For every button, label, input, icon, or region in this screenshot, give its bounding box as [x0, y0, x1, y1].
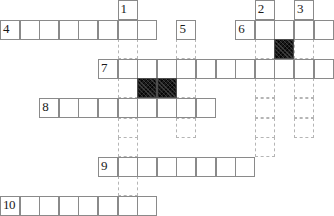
grid-cell[interactable]	[20, 20, 40, 40]
blocked-cell	[157, 78, 177, 98]
grid-cell[interactable]	[274, 20, 294, 40]
grid-cell[interactable]	[294, 39, 314, 59]
grid-cell[interactable]	[216, 59, 236, 79]
clue-number: 1	[121, 1, 127, 16]
grid-cell[interactable]	[98, 196, 118, 216]
grid-cell[interactable]	[255, 20, 275, 40]
grid-cell[interactable]	[39, 20, 59, 40]
grid-cell[interactable]	[137, 157, 157, 177]
grid-cell[interactable]	[176, 78, 196, 98]
grid-cell[interactable]	[157, 59, 177, 79]
grid-cell[interactable]: 4	[0, 20, 20, 40]
grid-cell[interactable]	[78, 20, 98, 40]
grid-cell[interactable]	[59, 196, 79, 216]
clue-number: 10	[3, 197, 15, 212]
grid-cell[interactable]	[78, 98, 98, 118]
grid-cell[interactable]	[118, 78, 138, 98]
grid-cell[interactable]: 3	[294, 0, 314, 20]
grid-cell[interactable]	[294, 20, 314, 40]
grid-cell[interactable]	[255, 98, 275, 118]
grid-cell[interactable]	[176, 118, 196, 138]
grid-cell[interactable]: 8	[39, 98, 59, 118]
grid-cell[interactable]	[176, 39, 196, 59]
grid-cell[interactable]	[255, 118, 275, 138]
clue-number: 3	[297, 1, 303, 16]
grid-cell[interactable]	[118, 59, 138, 79]
grid-cell[interactable]	[255, 137, 275, 157]
grid-cell[interactable]	[98, 98, 118, 118]
grid-cell[interactable]	[118, 118, 138, 138]
grid-cell[interactable]: 6	[235, 20, 255, 40]
grid-cell[interactable]	[39, 196, 59, 216]
grid-cell[interactable]	[137, 20, 157, 40]
grid-cell[interactable]	[137, 196, 157, 216]
grid-cell[interactable]	[294, 59, 314, 79]
clue-number: 8	[42, 99, 48, 114]
grid-cell[interactable]	[118, 176, 138, 196]
grid-cell[interactable]	[196, 157, 216, 177]
grid-cell[interactable]	[255, 39, 275, 59]
grid-cell[interactable]: 2	[255, 0, 275, 20]
grid-cell[interactable]	[78, 196, 98, 216]
grid-cell[interactable]	[176, 157, 196, 177]
grid-cell[interactable]	[118, 98, 138, 118]
grid-cell[interactable]	[176, 98, 196, 118]
grid-cell[interactable]	[20, 196, 40, 216]
clue-number: 4	[3, 21, 9, 36]
grid-cell[interactable]	[196, 59, 216, 79]
grid-cell[interactable]	[157, 157, 177, 177]
grid-cell[interactable]	[59, 98, 79, 118]
grid-cell[interactable]	[176, 59, 196, 79]
grid-cell[interactable]	[216, 157, 236, 177]
grid-cell[interactable]	[118, 20, 138, 40]
clue-number: 6	[238, 21, 244, 36]
grid-cell[interactable]	[98, 20, 118, 40]
grid-cell[interactable]	[59, 20, 79, 40]
grid-cell[interactable]: 5	[176, 20, 196, 40]
grid-cell[interactable]	[137, 98, 157, 118]
clue-number: 9	[101, 158, 107, 173]
grid-cell[interactable]	[294, 78, 314, 98]
grid-cell[interactable]: 10	[0, 196, 20, 216]
grid-cell[interactable]	[255, 59, 275, 79]
grid-cell[interactable]	[118, 137, 138, 157]
grid-cell[interactable]	[118, 157, 138, 177]
grid-cell[interactable]: 7	[98, 59, 118, 79]
grid-cell[interactable]: 9	[98, 157, 118, 177]
grid-cell[interactable]	[255, 78, 275, 98]
grid-cell[interactable]	[235, 157, 255, 177]
blocked-cell	[274, 39, 294, 59]
grid-cell[interactable]	[314, 20, 334, 40]
clue-number: 2	[258, 1, 264, 16]
grid-cell[interactable]	[157, 98, 177, 118]
grid-cell[interactable]	[137, 59, 157, 79]
clue-number: 5	[179, 21, 185, 36]
clue-number: 7	[101, 60, 107, 75]
grid-cell[interactable]	[118, 196, 138, 216]
grid-cell[interactable]: 1	[118, 0, 138, 20]
grid-cell[interactable]	[294, 118, 314, 138]
grid-cell[interactable]	[118, 39, 138, 59]
grid-cell[interactable]	[274, 59, 294, 79]
blocked-cell	[137, 78, 157, 98]
grid-cell[interactable]	[196, 98, 216, 118]
grid-cell[interactable]	[294, 98, 314, 118]
grid-cell[interactable]	[235, 59, 255, 79]
crossword-board: 12345678910	[0, 0, 334, 216]
grid-cell[interactable]	[314, 59, 334, 79]
